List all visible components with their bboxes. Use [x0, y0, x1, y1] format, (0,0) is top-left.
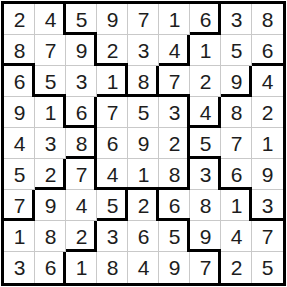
cell-r5c1: 4	[4, 128, 35, 159]
cell-r9c5: 4	[128, 252, 159, 283]
cell-r1c8: 3	[221, 4, 252, 35]
cell-r4c5: 5	[128, 97, 159, 128]
cell-r2c2: 7	[35, 35, 66, 66]
cell-r7c9: 3	[252, 190, 283, 221]
cell-r5c8: 7	[221, 128, 252, 159]
cell-r2c5: 3	[128, 35, 159, 66]
cell-r8c2: 8	[35, 221, 66, 252]
cell-r4c4: 7	[97, 97, 128, 128]
cell-r3c9: 4	[252, 66, 283, 97]
sudoku-board: 2459716388792341566531872949167534824386…	[1, 1, 286, 286]
cell-r8c5: 6	[128, 221, 159, 252]
cell-r2c7: 1	[190, 35, 221, 66]
cell-r8c4: 3	[97, 221, 128, 252]
cell-r5c9: 1	[252, 128, 283, 159]
page: 2459716388792341566531872949167534824386…	[0, 0, 287, 287]
cell-r7c8: 1	[221, 190, 252, 221]
cell-r7c7: 8	[190, 190, 221, 221]
cell-r5c6: 2	[159, 128, 190, 159]
cell-r3c5: 8	[128, 66, 159, 97]
cell-r1c6: 1	[159, 4, 190, 35]
cell-r2c1: 8	[4, 35, 35, 66]
cell-r8c6: 5	[159, 221, 190, 252]
cell-r5c4: 6	[97, 128, 128, 159]
cell-r8c3: 2	[66, 221, 97, 252]
cell-r6c4: 4	[97, 159, 128, 190]
cell-r4c3: 6	[66, 97, 97, 128]
cell-r8c9: 7	[252, 221, 283, 252]
cell-r9c4: 8	[97, 252, 128, 283]
cell-r9c3: 1	[66, 252, 97, 283]
cell-r2c8: 5	[221, 35, 252, 66]
cell-r5c3: 8	[66, 128, 97, 159]
cell-r4c7: 4	[190, 97, 221, 128]
cell-r4c1: 9	[4, 97, 35, 128]
cell-r6c1: 5	[4, 159, 35, 190]
cell-r1c3: 5	[66, 4, 97, 35]
cell-r6c7: 3	[190, 159, 221, 190]
cell-r8c8: 4	[221, 221, 252, 252]
cell-r9c7: 7	[190, 252, 221, 283]
cell-r6c2: 2	[35, 159, 66, 190]
cell-r1c9: 8	[252, 4, 283, 35]
cell-r8c7: 9	[190, 221, 221, 252]
cell-r7c5: 2	[128, 190, 159, 221]
cell-r5c7: 5	[190, 128, 221, 159]
cell-r4c6: 3	[159, 97, 190, 128]
cell-r1c7: 6	[190, 4, 221, 35]
cell-r9c8: 2	[221, 252, 252, 283]
cell-r3c8: 9	[221, 66, 252, 97]
cell-r5c2: 3	[35, 128, 66, 159]
cell-r1c4: 9	[97, 4, 128, 35]
cell-r7c4: 5	[97, 190, 128, 221]
cell-r7c1: 7	[4, 190, 35, 221]
cell-r5c5: 9	[128, 128, 159, 159]
cell-r3c1: 6	[4, 66, 35, 97]
cell-r6c3: 7	[66, 159, 97, 190]
cell-r8c1: 1	[4, 221, 35, 252]
cell-r2c4: 2	[97, 35, 128, 66]
cell-r6c5: 1	[128, 159, 159, 190]
cell-r4c9: 2	[252, 97, 283, 128]
cell-r3c3: 3	[66, 66, 97, 97]
cell-r3c2: 5	[35, 66, 66, 97]
cell-r1c1: 2	[4, 4, 35, 35]
cell-r1c2: 4	[35, 4, 66, 35]
cell-r6c8: 6	[221, 159, 252, 190]
cell-r4c2: 1	[35, 97, 66, 128]
cell-r2c3: 9	[66, 35, 97, 66]
cell-r9c2: 6	[35, 252, 66, 283]
cell-r1c5: 7	[128, 4, 159, 35]
cell-r7c6: 6	[159, 190, 190, 221]
cell-r7c3: 4	[66, 190, 97, 221]
cell-r9c6: 9	[159, 252, 190, 283]
cell-r6c9: 9	[252, 159, 283, 190]
cell-r2c9: 6	[252, 35, 283, 66]
cell-r9c1: 3	[4, 252, 35, 283]
cell-r4c8: 8	[221, 97, 252, 128]
cell-r2c6: 4	[159, 35, 190, 66]
cell-r9c9: 5	[252, 252, 283, 283]
cell-r3c7: 2	[190, 66, 221, 97]
cell-r6c6: 8	[159, 159, 190, 190]
cell-r7c2: 9	[35, 190, 66, 221]
cell-r3c4: 1	[97, 66, 128, 97]
cell-r3c6: 7	[159, 66, 190, 97]
